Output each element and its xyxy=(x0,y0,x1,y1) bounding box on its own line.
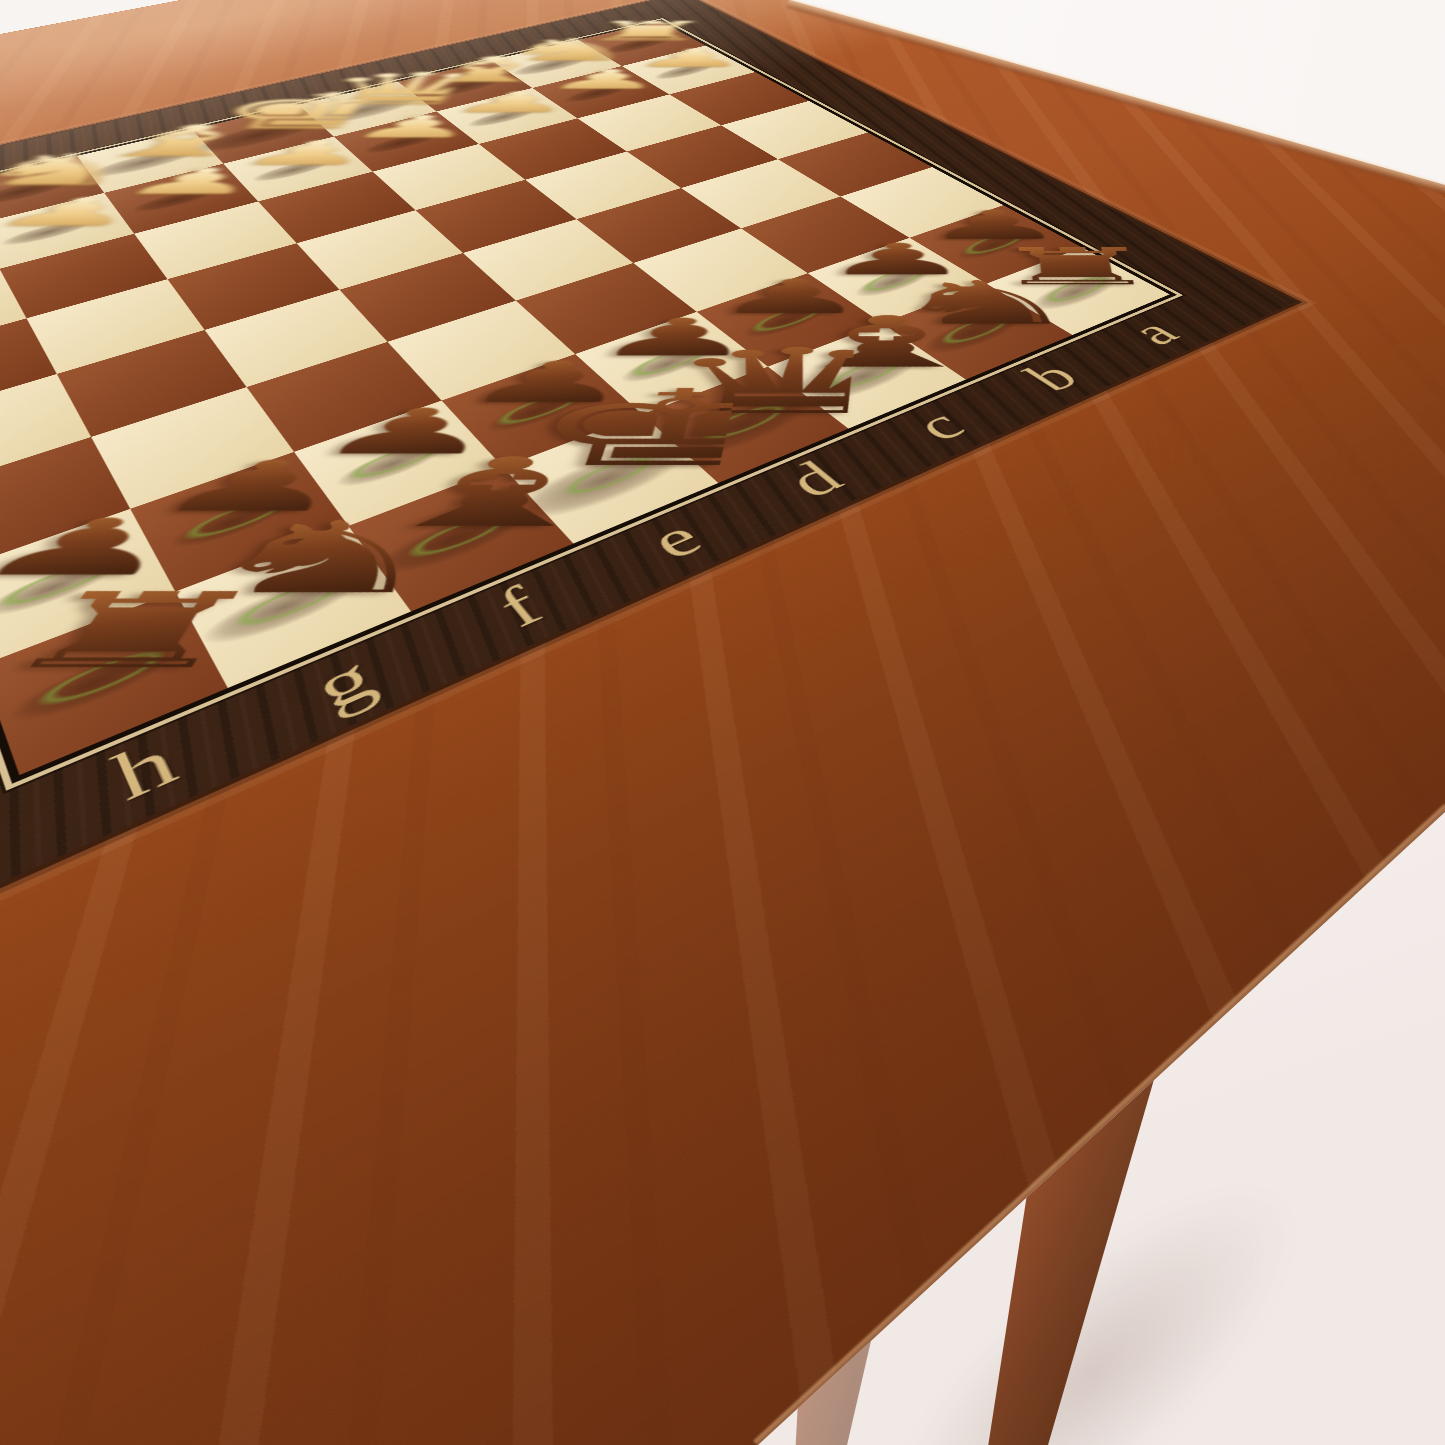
table-plane: hgfedcba ♜♞♝♛♚♝♞♜♟♟♟♟♟♟♟♟♟♟♟♟♟♟♟♟♜♞♝♛♚♝♞… xyxy=(0,0,1296,936)
photo-scene: hgfedcba ♜♞♝♛♚♝♞♜♟♟♟♟♟♟♟♟♟♟♟♟♟♟♟♟♜♞♝♛♚♝♞… xyxy=(0,0,1445,1445)
